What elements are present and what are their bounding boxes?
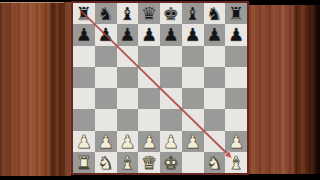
top-highlight-line [0,2,64,3]
piece-white-pawn[interactable]: ♟ [182,131,204,152]
square-d5[interactable] [138,67,160,88]
square-h1[interactable]: ♝ [225,152,247,173]
square-f4[interactable] [182,88,204,109]
square-h3[interactable] [225,109,247,130]
square-b7[interactable]: ♟ [95,24,117,45]
piece-black-rook[interactable]: ♜ [73,3,95,24]
square-h6[interactable] [225,46,247,67]
square-c3[interactable] [117,109,139,130]
square-g3[interactable] [204,109,226,130]
square-c5[interactable] [117,67,139,88]
piece-black-pawn[interactable]: ♟ [182,24,204,45]
square-a1[interactable]: ♜ [73,152,95,173]
piece-white-bishop[interactable]: ♝ [225,152,247,173]
square-b1[interactable]: ♞ [95,152,117,173]
square-g4[interactable] [204,88,226,109]
square-c6[interactable] [117,46,139,67]
square-b3[interactable] [95,109,117,130]
square-f8[interactable]: ♝ [182,3,204,24]
square-e4[interactable] [160,88,182,109]
wood-panel-left [0,2,71,176]
piece-black-pawn[interactable]: ♟ [138,24,160,45]
square-c2[interactable]: ♟ [117,131,139,152]
square-c8[interactable]: ♝ [117,3,139,24]
square-b2[interactable]: ♟ [95,131,117,152]
square-f2[interactable]: ♟ [182,131,204,152]
square-g8[interactable]: ♞ [204,3,226,24]
piece-black-rook[interactable]: ♜ [225,3,247,24]
piece-white-pawn[interactable]: ♟ [225,131,247,152]
piece-black-bishop[interactable]: ♝ [117,3,139,24]
square-a8[interactable]: ♜ [73,3,95,24]
square-f5[interactable] [182,67,204,88]
piece-white-king[interactable]: ♚ [160,152,182,173]
square-d1[interactable]: ♛ [138,152,160,173]
square-c1[interactable]: ♝ [117,152,139,173]
square-a2[interactable]: ♟ [73,131,95,152]
square-g5[interactable] [204,67,226,88]
square-e5[interactable] [160,67,182,88]
video-frame: ♜♞♝♛♚♝♞♜♟♟♟♟♟♟♟♟♟♟♟♟♟♟♟♜♞♝♛♚♞♝ [0,0,320,180]
piece-black-pawn[interactable]: ♟ [117,24,139,45]
square-a5[interactable] [73,67,95,88]
piece-black-pawn[interactable]: ♟ [225,24,247,45]
square-f3[interactable] [182,109,204,130]
chess-board: ♜♞♝♛♚♝♞♜♟♟♟♟♟♟♟♟♟♟♟♟♟♟♟♜♞♝♛♚♞♝ [73,3,247,173]
square-d2[interactable]: ♟ [138,131,160,152]
piece-white-knight[interactable]: ♞ [95,152,117,173]
square-h5[interactable] [225,67,247,88]
square-h2[interactable]: ♟ [225,131,247,152]
square-c7[interactable]: ♟ [117,24,139,45]
piece-white-pawn[interactable]: ♟ [117,131,139,152]
piece-black-bishop[interactable]: ♝ [182,3,204,24]
square-f1[interactable] [182,152,204,173]
piece-white-pawn[interactable]: ♟ [160,131,182,152]
piece-black-knight[interactable]: ♞ [95,3,117,24]
square-f7[interactable]: ♟ [182,24,204,45]
piece-black-king[interactable]: ♚ [160,3,182,24]
square-h8[interactable]: ♜ [225,3,247,24]
square-b6[interactable] [95,46,117,67]
piece-black-pawn[interactable]: ♟ [204,24,226,45]
square-h7[interactable]: ♟ [225,24,247,45]
square-b4[interactable] [95,88,117,109]
wood-grain-streak [293,5,300,174]
piece-white-knight[interactable]: ♞ [204,152,226,173]
piece-black-pawn[interactable]: ♟ [160,24,182,45]
square-g1[interactable]: ♞ [204,152,226,173]
square-g7[interactable]: ♟ [204,24,226,45]
piece-black-pawn[interactable]: ♟ [73,24,95,45]
square-e7[interactable]: ♟ [160,24,182,45]
piece-white-queen[interactable]: ♛ [138,152,160,173]
square-d3[interactable] [138,109,160,130]
square-h4[interactable] [225,88,247,109]
square-e8[interactable]: ♚ [160,3,182,24]
wood-panel-right [249,5,320,174]
square-d7[interactable]: ♟ [138,24,160,45]
piece-black-knight[interactable]: ♞ [204,3,226,24]
square-f6[interactable] [182,46,204,67]
square-e2[interactable]: ♟ [160,131,182,152]
square-a6[interactable] [73,46,95,67]
square-e3[interactable] [160,109,182,130]
square-e1[interactable]: ♚ [160,152,182,173]
piece-white-pawn[interactable]: ♟ [73,131,95,152]
piece-white-pawn[interactable]: ♟ [95,131,117,152]
piece-white-pawn[interactable]: ♟ [138,131,160,152]
piece-black-pawn[interactable]: ♟ [95,24,117,45]
square-a7[interactable]: ♟ [73,24,95,45]
square-a3[interactable] [73,109,95,130]
square-a4[interactable] [73,88,95,109]
square-d8[interactable]: ♛ [138,3,160,24]
square-e6[interactable] [160,46,182,67]
piece-black-queen[interactable]: ♛ [138,3,160,24]
square-c4[interactable] [117,88,139,109]
wood-grain-streak [49,2,56,176]
square-g6[interactable] [204,46,226,67]
board-frame: ♜♞♝♛♚♝♞♜♟♟♟♟♟♟♟♟♟♟♟♟♟♟♟♜♞♝♛♚♞♝ [71,1,249,175]
piece-white-bishop[interactable]: ♝ [117,152,139,173]
square-b8[interactable]: ♞ [95,3,117,24]
square-d6[interactable] [138,46,160,67]
square-d4[interactable] [138,88,160,109]
piece-white-rook[interactable]: ♜ [73,152,95,173]
square-g2[interactable] [204,131,226,152]
square-b5[interactable] [95,67,117,88]
